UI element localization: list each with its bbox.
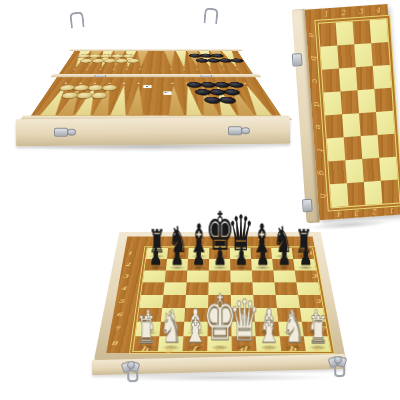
folded-board-face: 1234 abcdefgh 1234	[305, 4, 400, 220]
chess-grid: ♜♞♝♚♛♝♞♜♟♟♟♟♟♟♟♟♟♟♟♟♟♟♟♟♜♞♝♚♛♝♞♜	[132, 248, 331, 352]
case-front-edge	[16, 117, 290, 146]
backgammon-playing-surface	[20, 49, 292, 120]
board-brown-border: hgfedcba 12345678 12345678 ♜♞♝♚♛♝♞♜♟♟♟♟♟…	[106, 237, 334, 354]
black-pawn: ♟	[149, 244, 162, 269]
clasp-latch-icon	[54, 127, 74, 136]
rank-label: 1	[123, 248, 136, 259]
square	[356, 66, 375, 90]
rank-label: 6	[112, 308, 126, 322]
file-number: 2	[334, 8, 352, 20]
square: ♞	[158, 336, 184, 351]
point-marker-dot	[86, 69, 89, 70]
chessboard-surface: hgfedcba 12345678 12345678 ♜♞♝♚♛♝♞♜♟♟♟♟♟…	[94, 232, 346, 360]
square	[342, 113, 361, 137]
die-icon	[163, 91, 173, 95]
file-number: 1	[383, 202, 400, 214]
square	[359, 112, 378, 136]
point-marker-dot	[108, 83, 111, 84]
black-pawn: ♟	[234, 244, 247, 269]
dark-checker	[218, 97, 237, 104]
light-checker	[101, 85, 118, 91]
square	[252, 270, 275, 282]
white-bishop: ♝	[256, 303, 281, 349]
backgammon-point	[127, 85, 146, 115]
square	[353, 20, 372, 44]
black-pawn: ♟	[170, 244, 183, 269]
black-pawn: ♟	[191, 244, 204, 269]
white-rook: ♜	[136, 312, 156, 349]
square	[319, 23, 338, 47]
square	[295, 270, 319, 282]
backgammon-near-half	[31, 77, 281, 115]
butterfly-clasp-icon	[329, 356, 346, 367]
point-marker-dot	[94, 83, 97, 84]
point-marker-dot	[79, 83, 82, 84]
rank-label: 2	[121, 259, 134, 270]
square	[373, 65, 392, 89]
square	[322, 68, 341, 92]
light-checker	[122, 54, 135, 58]
square	[379, 157, 398, 181]
square	[345, 159, 364, 183]
dark-checker	[209, 89, 227, 95]
rank-label: 3	[119, 270, 132, 282]
square	[296, 282, 320, 295]
square: ♜	[304, 336, 331, 351]
file-number: 4	[369, 6, 387, 18]
white-rook: ♜	[308, 312, 328, 349]
square	[274, 282, 298, 295]
point-marker-dot	[244, 83, 247, 84]
point-marker-dot	[99, 69, 101, 70]
board-pine-frame: hgfedcba 12345678 12345678 ♜♞♝♚♛♝♞♜♟♟♟♟♟…	[94, 232, 346, 360]
point-marker-dot	[137, 83, 140, 84]
point-marker-dot	[223, 69, 226, 70]
point-marker-dot	[139, 69, 141, 70]
square	[141, 282, 165, 295]
backgammon-point	[166, 85, 185, 115]
square	[165, 270, 188, 282]
square: ♟	[251, 259, 273, 270]
file-number: 1	[317, 10, 335, 22]
square: ♛	[232, 336, 257, 351]
point-marker-dot	[183, 69, 185, 70]
point-marker-dot	[126, 69, 128, 70]
folded-chess-grid	[318, 18, 400, 208]
point-marker-dot	[170, 69, 172, 70]
butterfly-clasp-icon	[122, 361, 139, 372]
square: ♟	[272, 259, 295, 270]
square	[273, 270, 296, 282]
rank-label: 8	[107, 336, 122, 351]
square: ♟	[187, 259, 209, 270]
square	[364, 181, 383, 205]
point-marker-dot	[73, 69, 76, 70]
square	[327, 137, 346, 161]
point-marker-dot	[196, 69, 198, 70]
backgammon-point	[175, 51, 191, 67]
white-knight: ♞	[159, 307, 182, 349]
backgammon-far-half	[59, 51, 253, 74]
square: ♜	[133, 336, 159, 351]
black-pawn: ♟	[256, 244, 269, 269]
square	[371, 42, 390, 66]
square: ♟	[209, 259, 230, 270]
square	[328, 160, 347, 184]
square	[354, 43, 373, 67]
square	[361, 135, 380, 159]
square	[344, 136, 363, 160]
rank-label: 4	[117, 282, 131, 295]
square	[337, 44, 356, 68]
rank-numbers-left: 12345678	[107, 248, 136, 351]
square: ♚	[207, 336, 232, 351]
point-marker-dot	[123, 83, 126, 84]
point-marker-dot	[65, 83, 68, 84]
die-icon	[143, 85, 152, 88]
clasp-latch-icon	[228, 125, 248, 134]
square	[357, 89, 376, 113]
square	[370, 19, 389, 43]
dark-checker	[227, 82, 244, 87]
white-queen: ♛	[229, 292, 260, 349]
black-pawn: ♟	[277, 244, 290, 269]
black-pawn: ♟	[213, 244, 226, 269]
square	[143, 270, 166, 282]
square	[163, 282, 186, 295]
latch-loop-icon	[69, 11, 85, 28]
square: ♟	[166, 259, 188, 270]
square	[325, 114, 344, 138]
point-marker-dot	[236, 69, 239, 70]
file-number: 3	[352, 7, 370, 19]
product-photo-wooden-game-set: 1234 abcdefgh 1234 hgfedcba 12345678 123…	[0, 0, 400, 400]
rank-label: 5	[114, 294, 128, 307]
square: ♟	[144, 259, 167, 270]
backgammon-point	[109, 85, 131, 115]
square	[324, 91, 343, 115]
square	[320, 46, 339, 70]
folded-chessboard: 1234 abcdefgh 1234	[292, 3, 400, 223]
square	[339, 67, 358, 91]
rank-label: 7	[109, 321, 124, 335]
backgammon-point	[164, 51, 178, 67]
square	[376, 111, 395, 135]
point-marker-dot	[171, 83, 174, 84]
square: ♟	[230, 259, 252, 270]
square	[378, 134, 397, 158]
backgammon-point	[181, 85, 203, 115]
square: ♟	[293, 259, 316, 270]
white-knight: ♞	[282, 307, 305, 349]
black-pawn: ♟	[299, 244, 312, 269]
square: ♝	[256, 336, 282, 351]
latch-loop-icon	[203, 7, 218, 24]
square: ♞	[280, 336, 306, 351]
dark-checker	[211, 54, 225, 58]
square	[340, 90, 359, 114]
file-number: 2	[365, 204, 383, 216]
point-marker-dot	[113, 69, 115, 70]
square	[374, 88, 393, 112]
point-marker-dot	[209, 69, 211, 70]
square	[336, 21, 355, 45]
square	[381, 180, 400, 204]
square	[362, 158, 381, 182]
